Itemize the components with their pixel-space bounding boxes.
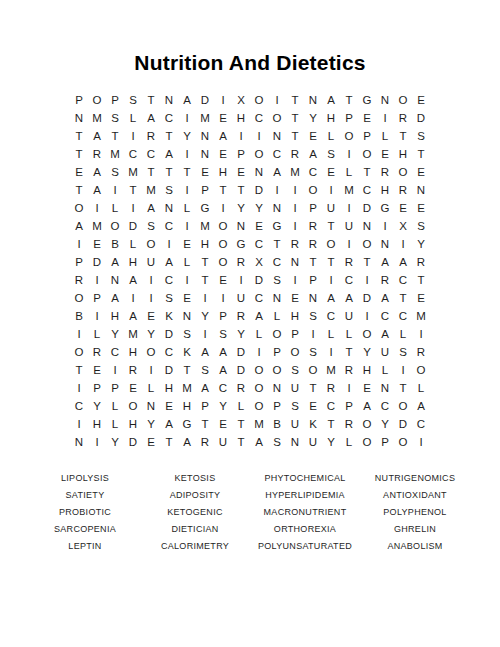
grid-cell-r19c1[interactable]: I [70, 415, 88, 433]
grid-cell-r10c2[interactable]: D [88, 253, 106, 271]
grid-cell-r13c12[interactable]: L [268, 307, 286, 325]
grid-cell-r3c17[interactable]: P [358, 127, 376, 145]
grid-cell-r17c1[interactable]: I [70, 379, 88, 397]
grid-cell-r5c11[interactable]: N [250, 163, 268, 181]
grid-cell-r1c1[interactable]: P [70, 91, 88, 109]
grid-cell-r18c10[interactable]: L [232, 397, 250, 415]
grid-cell-r7c19[interactable]: E [394, 199, 412, 217]
grid-cell-r17c19[interactable]: T [394, 379, 412, 397]
grid-cell-r4c3[interactable]: M [106, 145, 124, 163]
grid-cell-r12c11[interactable]: C [250, 289, 268, 307]
grid-cell-r13c10[interactable]: R [232, 307, 250, 325]
grid-cell-r9c16[interactable]: I [340, 235, 358, 253]
grid-cell-r15c14[interactable]: S [304, 343, 322, 361]
grid-cell-r20c8[interactable]: R [196, 433, 214, 451]
grid-cell-r8c18[interactable]: I [376, 217, 394, 235]
grid-cell-r6c4[interactable]: T [124, 181, 142, 199]
grid-cell-r9c4[interactable]: L [124, 235, 142, 253]
grid-cell-r11c3[interactable]: N [106, 271, 124, 289]
grid-cell-r4c7[interactable]: I [178, 145, 196, 163]
grid-cell-r3c19[interactable]: T [394, 127, 412, 145]
grid-cell-r15c2[interactable]: R [88, 343, 106, 361]
grid-cell-r4c14[interactable]: A [304, 145, 322, 163]
grid-cell-r17c14[interactable]: T [304, 379, 322, 397]
grid-cell-r2c10[interactable]: H [232, 109, 250, 127]
grid-cell-r16c5[interactable]: I [142, 361, 160, 379]
grid-cell-r8c20[interactable]: S [412, 217, 430, 235]
grid-cell-r16c4[interactable]: R [124, 361, 142, 379]
grid-cell-r19c13[interactable]: U [286, 415, 304, 433]
grid-cell-r4c18[interactable]: E [376, 145, 394, 163]
grid-cell-r11c5[interactable]: I [142, 271, 160, 289]
grid-cell-r10c5[interactable]: U [142, 253, 160, 271]
grid-cell-r3c14[interactable]: E [304, 127, 322, 145]
grid-cell-r19c12[interactable]: B [268, 415, 286, 433]
grid-cell-r1c16[interactable]: T [340, 91, 358, 109]
grid-cell-r9c2[interactable]: E [88, 235, 106, 253]
grid-cell-r3c4[interactable]: I [124, 127, 142, 145]
grid-cell-r6c15[interactable]: I [322, 181, 340, 199]
grid-cell-r15c6[interactable]: C [160, 343, 178, 361]
grid-cell-r13c17[interactable]: I [358, 307, 376, 325]
grid-cell-r11c14[interactable]: P [304, 271, 322, 289]
grid-cell-r2c1[interactable]: N [70, 109, 88, 127]
grid-cell-r10c11[interactable]: X [250, 253, 268, 271]
grid-cell-r13c13[interactable]: H [286, 307, 304, 325]
grid-cell-r19c14[interactable]: K [304, 415, 322, 433]
grid-cell-r13c4[interactable]: A [124, 307, 142, 325]
grid-cell-r4c5[interactable]: C [142, 145, 160, 163]
grid-cell-r5c8[interactable]: E [196, 163, 214, 181]
grid-cell-r19c7[interactable]: G [178, 415, 196, 433]
grid-cell-r12c19[interactable]: T [394, 289, 412, 307]
grid-cell-r2c2[interactable]: M [88, 109, 106, 127]
grid-cell-r16c18[interactable]: L [376, 361, 394, 379]
grid-cell-r5c16[interactable]: L [340, 163, 358, 181]
grid-cell-r17c2[interactable]: P [88, 379, 106, 397]
grid-cell-r15c19[interactable]: S [394, 343, 412, 361]
grid-cell-r9c12[interactable]: T [268, 235, 286, 253]
grid-cell-r15c17[interactable]: Y [358, 343, 376, 361]
grid-cell-r10c14[interactable]: T [304, 253, 322, 271]
grid-cell-r13c2[interactable]: I [88, 307, 106, 325]
grid-cell-r15c8[interactable]: A [196, 343, 214, 361]
grid-cell-r10c17[interactable]: T [358, 253, 376, 271]
grid-cell-r19c15[interactable]: T [322, 415, 340, 433]
grid-cell-r19c10[interactable]: T [232, 415, 250, 433]
grid-cell-r1c3[interactable]: P [106, 91, 124, 109]
grid-cell-r17c12[interactable]: N [268, 379, 286, 397]
grid-cell-r18c17[interactable]: A [358, 397, 376, 415]
grid-cell-r1c12[interactable]: I [268, 91, 286, 109]
grid-cell-r10c19[interactable]: A [394, 253, 412, 271]
grid-cell-r14c10[interactable]: Y [232, 325, 250, 343]
grid-cell-r6c19[interactable]: R [394, 181, 412, 199]
grid-cell-r20c5[interactable]: E [142, 433, 160, 451]
grid-cell-r12c10[interactable]: U [232, 289, 250, 307]
grid-cell-r11c18[interactable]: R [376, 271, 394, 289]
grid-cell-r16c19[interactable]: I [394, 361, 412, 379]
grid-cell-r12c12[interactable]: N [268, 289, 286, 307]
grid-cell-r16c15[interactable]: M [322, 361, 340, 379]
grid-cell-r8c8[interactable]: M [196, 217, 214, 235]
grid-cell-r5c10[interactable]: E [232, 163, 250, 181]
grid-cell-r16c20[interactable]: O [412, 361, 430, 379]
grid-cell-r3c9[interactable]: A [214, 127, 232, 145]
grid-cell-r5c9[interactable]: H [214, 163, 232, 181]
grid-cell-r19c5[interactable]: Y [142, 415, 160, 433]
grid-cell-r18c12[interactable]: P [268, 397, 286, 415]
grid-cell-r11c11[interactable]: D [250, 271, 268, 289]
grid-cell-r17c16[interactable]: I [340, 379, 358, 397]
grid-cell-r1c6[interactable]: N [160, 91, 178, 109]
grid-cell-r1c11[interactable]: O [250, 91, 268, 109]
grid-cell-r9c15[interactable]: O [322, 235, 340, 253]
grid-cell-r7c13[interactable]: I [286, 199, 304, 217]
grid-cell-r9c19[interactable]: I [394, 235, 412, 253]
grid-cell-r11c20[interactable]: T [412, 271, 430, 289]
grid-cell-r16c7[interactable]: T [178, 361, 196, 379]
grid-cell-r15c12[interactable]: P [268, 343, 286, 361]
grid-cell-r7c7[interactable]: L [178, 199, 196, 217]
grid-cell-r10c1[interactable]: P [70, 253, 88, 271]
grid-cell-r1c10[interactable]: X [232, 91, 250, 109]
grid-cell-r7c5[interactable]: A [142, 199, 160, 217]
grid-cell-r7c18[interactable]: G [376, 199, 394, 217]
grid-cell-r5c4[interactable]: M [124, 163, 142, 181]
grid-cell-r4c1[interactable]: T [70, 145, 88, 163]
grid-cell-r1c8[interactable]: D [196, 91, 214, 109]
grid-cell-r1c7[interactable]: A [178, 91, 196, 109]
grid-cell-r18c11[interactable]: O [250, 397, 268, 415]
grid-cell-r2c8[interactable]: M [196, 109, 214, 127]
grid-cell-r8c6[interactable]: C [160, 217, 178, 235]
grid-cell-r3c2[interactable]: A [88, 127, 106, 145]
grid-cell-r2c15[interactable]: H [322, 109, 340, 127]
grid-cell-r20c14[interactable]: U [304, 433, 322, 451]
grid-cell-r20c20[interactable]: I [412, 433, 430, 451]
grid-cell-r13c18[interactable]: C [376, 307, 394, 325]
grid-cell-r18c3[interactable]: L [106, 397, 124, 415]
grid-cell-r1c2[interactable]: O [88, 91, 106, 109]
grid-cell-r10c4[interactable]: H [124, 253, 142, 271]
grid-cell-r5c19[interactable]: O [394, 163, 412, 181]
grid-cell-r14c20[interactable]: I [412, 325, 430, 343]
grid-cell-r1c5[interactable]: T [142, 91, 160, 109]
grid-cell-r17c15[interactable]: R [322, 379, 340, 397]
grid-cell-r14c18[interactable]: A [376, 325, 394, 343]
grid-cell-r10c13[interactable]: N [286, 253, 304, 271]
grid-cell-r14c11[interactable]: L [250, 325, 268, 343]
grid-cell-r11c6[interactable]: C [160, 271, 178, 289]
grid-cell-r11c9[interactable]: E [214, 271, 232, 289]
grid-cell-r14c17[interactable]: O [358, 325, 376, 343]
grid-cell-r12c16[interactable]: A [340, 289, 358, 307]
grid-cell-r15c9[interactable]: A [214, 343, 232, 361]
grid-cell-r6c18[interactable]: H [376, 181, 394, 199]
grid-cell-r13c9[interactable]: P [214, 307, 232, 325]
grid-cell-r20c12[interactable]: S [268, 433, 286, 451]
grid-cell-r14c2[interactable]: L [88, 325, 106, 343]
grid-cell-r8c2[interactable]: M [88, 217, 106, 235]
grid-cell-r13c7[interactable]: N [178, 307, 196, 325]
grid-cell-r2c20[interactable]: D [412, 109, 430, 127]
grid-cell-r17c11[interactable]: O [250, 379, 268, 397]
grid-cell-r2c3[interactable]: S [106, 109, 124, 127]
grid-cell-r10c6[interactable]: A [160, 253, 178, 271]
grid-cell-r18c9[interactable]: Y [214, 397, 232, 415]
grid-cell-r11c4[interactable]: A [124, 271, 142, 289]
grid-cell-r4c4[interactable]: C [124, 145, 142, 163]
grid-cell-r13c14[interactable]: S [304, 307, 322, 325]
grid-cell-r5c6[interactable]: T [160, 163, 178, 181]
grid-cell-r19c9[interactable]: E [214, 415, 232, 433]
grid-cell-r15c15[interactable]: I [322, 343, 340, 361]
grid-cell-r5c17[interactable]: T [358, 163, 376, 181]
grid-cell-r13c19[interactable]: C [394, 307, 412, 325]
grid-cell-r17c4[interactable]: E [124, 379, 142, 397]
grid-cell-r20c9[interactable]: U [214, 433, 232, 451]
grid-cell-r16c9[interactable]: A [214, 361, 232, 379]
grid-cell-r13c15[interactable]: C [322, 307, 340, 325]
grid-cell-r16c17[interactable]: H [358, 361, 376, 379]
grid-cell-r11c8[interactable]: T [196, 271, 214, 289]
grid-cell-r14c14[interactable]: I [304, 325, 322, 343]
grid-cell-r1c14[interactable]: N [304, 91, 322, 109]
grid-cell-r2c12[interactable]: O [268, 109, 286, 127]
grid-cell-r5c3[interactable]: S [106, 163, 124, 181]
grid-cell-r20c16[interactable]: L [340, 433, 358, 451]
grid-cell-r4c16[interactable]: I [340, 145, 358, 163]
grid-cell-r1c18[interactable]: N [376, 91, 394, 109]
grid-cell-r17c10[interactable]: R [232, 379, 250, 397]
grid-cell-r7c15[interactable]: U [322, 199, 340, 217]
grid-cell-r14c13[interactable]: P [286, 325, 304, 343]
grid-cell-r4c17[interactable]: O [358, 145, 376, 163]
grid-cell-r8c12[interactable]: G [268, 217, 286, 235]
grid-cell-r2c14[interactable]: Y [304, 109, 322, 127]
grid-cell-r5c5[interactable]: T [142, 163, 160, 181]
grid-cell-r8c14[interactable]: R [304, 217, 322, 235]
grid-cell-r9c9[interactable]: O [214, 235, 232, 253]
grid-cell-r5c13[interactable]: M [286, 163, 304, 181]
grid-cell-r18c7[interactable]: H [178, 397, 196, 415]
grid-cell-r1c4[interactable]: S [124, 91, 142, 109]
grid-cell-r15c18[interactable]: U [376, 343, 394, 361]
grid-cell-r3c8[interactable]: N [196, 127, 214, 145]
grid-cell-r6c1[interactable]: T [70, 181, 88, 199]
grid-cell-r12c7[interactable]: E [178, 289, 196, 307]
grid-cell-r5c14[interactable]: C [304, 163, 322, 181]
grid-cell-r7c20[interactable]: E [412, 199, 430, 217]
grid-cell-r6c17[interactable]: C [358, 181, 376, 199]
grid-cell-r17c13[interactable]: U [286, 379, 304, 397]
grid-cell-r3c3[interactable]: T [106, 127, 124, 145]
grid-cell-r18c4[interactable]: O [124, 397, 142, 415]
grid-cell-r8c16[interactable]: U [340, 217, 358, 235]
grid-cell-r14c9[interactable]: S [214, 325, 232, 343]
grid-cell-r14c6[interactable]: D [160, 325, 178, 343]
grid-cell-r12c1[interactable]: O [70, 289, 88, 307]
grid-cell-r7c17[interactable]: D [358, 199, 376, 217]
grid-cell-r6c6[interactable]: S [160, 181, 178, 199]
grid-cell-r14c16[interactable]: L [340, 325, 358, 343]
grid-cell-r18c6[interactable]: E [160, 397, 178, 415]
grid-cell-r4c2[interactable]: R [88, 145, 106, 163]
grid-cell-r6c7[interactable]: I [178, 181, 196, 199]
grid-cell-r1c20[interactable]: E [412, 91, 430, 109]
grid-cell-r15c11[interactable]: I [250, 343, 268, 361]
grid-cell-r7c8[interactable]: G [196, 199, 214, 217]
grid-cell-r12c2[interactable]: P [88, 289, 106, 307]
grid-cell-r6c9[interactable]: T [214, 181, 232, 199]
grid-cell-r19c4[interactable]: H [124, 415, 142, 433]
grid-cell-r7c11[interactable]: Y [250, 199, 268, 217]
grid-cell-r16c16[interactable]: R [340, 361, 358, 379]
grid-cell-r14c4[interactable]: M [124, 325, 142, 343]
grid-cell-r9c10[interactable]: G [232, 235, 250, 253]
grid-cell-r15c4[interactable]: H [124, 343, 142, 361]
grid-cell-r7c16[interactable]: I [340, 199, 358, 217]
grid-cell-r8c17[interactable]: N [358, 217, 376, 235]
grid-cell-r18c13[interactable]: S [286, 397, 304, 415]
grid-cell-r19c17[interactable]: O [358, 415, 376, 433]
grid-cell-r9c17[interactable]: O [358, 235, 376, 253]
grid-cell-r17c5[interactable]: L [142, 379, 160, 397]
grid-cell-r3c13[interactable]: T [286, 127, 304, 145]
grid-cell-r6c14[interactable]: O [304, 181, 322, 199]
grid-cell-r16c14[interactable]: O [304, 361, 322, 379]
grid-cell-r16c13[interactable]: S [286, 361, 304, 379]
grid-cell-r8c3[interactable]: O [106, 217, 124, 235]
grid-cell-r15c1[interactable]: O [70, 343, 88, 361]
grid-cell-r18c15[interactable]: C [322, 397, 340, 415]
grid-cell-r9c18[interactable]: N [376, 235, 394, 253]
grid-cell-r12c20[interactable]: E [412, 289, 430, 307]
grid-cell-r20c11[interactable]: A [250, 433, 268, 451]
grid-cell-r12c5[interactable]: I [142, 289, 160, 307]
grid-cell-r6c8[interactable]: P [196, 181, 214, 199]
grid-cell-r20c1[interactable]: N [70, 433, 88, 451]
grid-cell-r19c18[interactable]: Y [376, 415, 394, 433]
grid-cell-r6c16[interactable]: M [340, 181, 358, 199]
grid-cell-r12c4[interactable]: I [124, 289, 142, 307]
grid-cell-r18c16[interactable]: P [340, 397, 358, 415]
grid-cell-r6c11[interactable]: D [250, 181, 268, 199]
grid-cell-r16c12[interactable]: O [268, 361, 286, 379]
grid-cell-r13c11[interactable]: A [250, 307, 268, 325]
grid-cell-r4c11[interactable]: O [250, 145, 268, 163]
grid-cell-r14c12[interactable]: O [268, 325, 286, 343]
grid-cell-r7c9[interactable]: I [214, 199, 232, 217]
grid-cell-r13c3[interactable]: H [106, 307, 124, 325]
grid-cell-r10c3[interactable]: A [106, 253, 124, 271]
grid-cell-r7c3[interactable]: L [106, 199, 124, 217]
grid-cell-r12c18[interactable]: A [376, 289, 394, 307]
grid-cell-r3c5[interactable]: R [142, 127, 160, 145]
grid-cell-r19c16[interactable]: R [340, 415, 358, 433]
grid-cell-r17c7[interactable]: M [178, 379, 196, 397]
grid-cell-r4c15[interactable]: S [322, 145, 340, 163]
grid-cell-r2c7[interactable]: I [178, 109, 196, 127]
grid-cell-r12c8[interactable]: I [196, 289, 214, 307]
grid-cell-r20c4[interactable]: D [124, 433, 142, 451]
grid-cell-r9c5[interactable]: O [142, 235, 160, 253]
grid-cell-r15c20[interactable]: R [412, 343, 430, 361]
grid-cell-r1c15[interactable]: A [322, 91, 340, 109]
grid-cell-r13c5[interactable]: E [142, 307, 160, 325]
grid-cell-r12c14[interactable]: N [304, 289, 322, 307]
grid-cell-r15c5[interactable]: O [142, 343, 160, 361]
grid-cell-r6c10[interactable]: T [232, 181, 250, 199]
grid-cell-r15c3[interactable]: C [106, 343, 124, 361]
grid-cell-r8c15[interactable]: T [322, 217, 340, 235]
grid-cell-r19c11[interactable]: M [250, 415, 268, 433]
grid-cell-r3c6[interactable]: T [160, 127, 178, 145]
grid-cell-r9c11[interactable]: C [250, 235, 268, 253]
grid-cell-r4c6[interactable]: A [160, 145, 178, 163]
grid-cell-r18c18[interactable]: C [376, 397, 394, 415]
grid-cell-r8c4[interactable]: D [124, 217, 142, 235]
grid-cell-r11c1[interactable]: R [70, 271, 88, 289]
grid-cell-r3c10[interactable]: I [232, 127, 250, 145]
grid-cell-r17c8[interactable]: A [196, 379, 214, 397]
grid-cell-r8c19[interactable]: X [394, 217, 412, 235]
grid-cell-r17c17[interactable]: E [358, 379, 376, 397]
grid-cell-r16c1[interactable]: T [70, 361, 88, 379]
grid-cell-r9c7[interactable]: E [178, 235, 196, 253]
grid-cell-r2c17[interactable]: E [358, 109, 376, 127]
grid-cell-r7c12[interactable]: N [268, 199, 286, 217]
grid-cell-r2c16[interactable]: P [340, 109, 358, 127]
grid-cell-r3c15[interactable]: L [322, 127, 340, 145]
grid-cell-r9c8[interactable]: H [196, 235, 214, 253]
grid-cell-r10c8[interactable]: T [196, 253, 214, 271]
grid-cell-r16c10[interactable]: D [232, 361, 250, 379]
grid-cell-r13c8[interactable]: Y [196, 307, 214, 325]
grid-cell-r20c6[interactable]: T [160, 433, 178, 451]
grid-cell-r17c6[interactable]: H [160, 379, 178, 397]
grid-cell-r12c15[interactable]: A [322, 289, 340, 307]
grid-cell-r10c20[interactable]: R [412, 253, 430, 271]
grid-cell-r2c11[interactable]: C [250, 109, 268, 127]
grid-cell-r20c10[interactable]: T [232, 433, 250, 451]
grid-cell-r19c6[interactable]: A [160, 415, 178, 433]
grid-cell-r14c5[interactable]: Y [142, 325, 160, 343]
grid-cell-r6c13[interactable]: I [286, 181, 304, 199]
grid-cell-r11c17[interactable]: I [358, 271, 376, 289]
grid-cell-r19c20[interactable]: C [412, 415, 430, 433]
grid-cell-r3c7[interactable]: Y [178, 127, 196, 145]
grid-cell-r4c13[interactable]: R [286, 145, 304, 163]
grid-cell-r14c3[interactable]: Y [106, 325, 124, 343]
grid-cell-r18c2[interactable]: Y [88, 397, 106, 415]
grid-cell-r2c5[interactable]: A [142, 109, 160, 127]
grid-cell-r18c1[interactable]: C [70, 397, 88, 415]
grid-cell-r14c1[interactable]: I [70, 325, 88, 343]
grid-cell-r6c2[interactable]: A [88, 181, 106, 199]
grid-cell-r2c6[interactable]: C [160, 109, 178, 127]
grid-cell-r9c3[interactable]: B [106, 235, 124, 253]
grid-cell-r11c16[interactable]: C [340, 271, 358, 289]
grid-cell-r1c9[interactable]: I [214, 91, 232, 109]
grid-cell-r7c2[interactable]: I [88, 199, 106, 217]
grid-cell-r14c15[interactable]: L [322, 325, 340, 343]
grid-cell-r2c9[interactable]: E [214, 109, 232, 127]
grid-cell-r1c19[interactable]: O [394, 91, 412, 109]
grid-cell-r12c6[interactable]: S [160, 289, 178, 307]
grid-cell-r4c8[interactable]: N [196, 145, 214, 163]
